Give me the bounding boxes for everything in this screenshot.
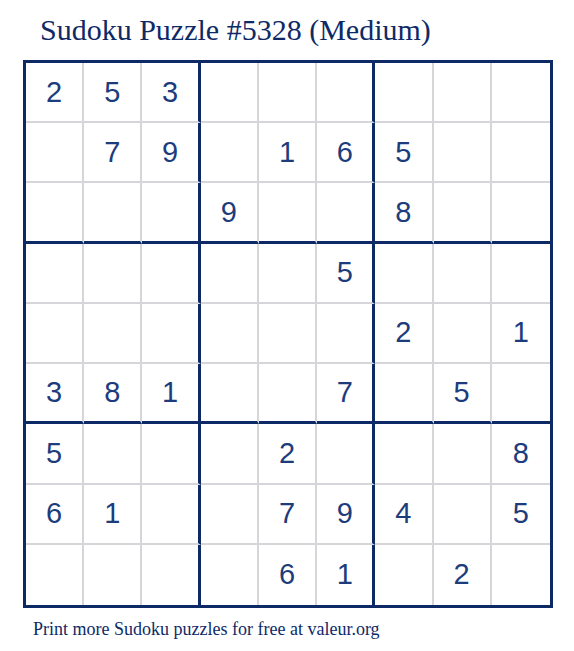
given-digit: 9: [337, 497, 353, 530]
cell-r3c4: 9: [201, 183, 259, 243]
cell-r5c1: [26, 304, 84, 364]
cell-r9c4: [201, 545, 259, 605]
cell-r3c8: [434, 183, 492, 243]
cell-r1c3: 3: [142, 63, 200, 123]
cell-r4c1: [26, 244, 84, 304]
cell-r8c9: 5: [492, 485, 550, 545]
cell-r1c2: 5: [84, 63, 142, 123]
cell-r1c4: [201, 63, 259, 123]
cell-r7c6: [317, 424, 375, 484]
given-digit: 3: [46, 376, 62, 409]
given-digit: 6: [279, 558, 295, 591]
given-digit: 7: [279, 497, 295, 530]
given-digit: 5: [454, 376, 470, 409]
cell-r2c1: [26, 123, 84, 183]
cell-r7c5: 2: [259, 424, 317, 484]
given-digit: 1: [104, 497, 120, 530]
cell-r9c8: 2: [434, 545, 492, 605]
cell-r2c8: [434, 123, 492, 183]
given-digit: 5: [46, 437, 62, 470]
cell-r6c1: 3: [26, 364, 84, 424]
given-digit: 4: [395, 497, 411, 530]
cell-r4c8: [434, 244, 492, 304]
cell-r2c5: 1: [259, 123, 317, 183]
cell-r7c1: 5: [26, 424, 84, 484]
cell-r6c2: 8: [84, 364, 142, 424]
cell-r9c9: [492, 545, 550, 605]
page-title: Sudoku Puzzle #5328 (Medium): [40, 13, 431, 46]
cell-r7c4: [201, 424, 259, 484]
given-digit: 3: [162, 76, 178, 109]
cell-r3c1: [26, 183, 84, 243]
cell-r8c3: [142, 485, 200, 545]
cell-r9c6: 1: [317, 545, 375, 605]
cell-r6c5: [259, 364, 317, 424]
cell-r8c7: 4: [375, 485, 433, 545]
given-digit: 5: [513, 497, 529, 530]
cell-r4c7: [375, 244, 433, 304]
cell-r9c1: [26, 545, 84, 605]
cell-r3c2: [84, 183, 142, 243]
given-digit: 1: [162, 376, 178, 409]
cell-r4c4: [201, 244, 259, 304]
given-digit: 9: [221, 196, 237, 229]
cell-r5c9: 1: [492, 304, 550, 364]
cell-r1c7: [375, 63, 433, 123]
cell-r1c6: [317, 63, 375, 123]
cell-r7c3: [142, 424, 200, 484]
cell-r4c6: 5: [317, 244, 375, 304]
given-digit: 6: [46, 497, 62, 530]
given-digit: 2: [395, 316, 411, 349]
cell-r7c7: [375, 424, 433, 484]
cell-r1c9: [492, 63, 550, 123]
cell-r8c2: 1: [84, 485, 142, 545]
cell-r2c2: 7: [84, 123, 142, 183]
cell-r5c3: [142, 304, 200, 364]
given-digit: 5: [337, 256, 353, 289]
cell-r5c7: 2: [375, 304, 433, 364]
cell-r8c6: 9: [317, 485, 375, 545]
given-digit: 2: [454, 558, 470, 591]
given-digit: 8: [395, 196, 411, 229]
cell-r7c8: [434, 424, 492, 484]
cell-r3c5: [259, 183, 317, 243]
cell-r3c3: [142, 183, 200, 243]
cell-r5c8: [434, 304, 492, 364]
cell-r6c3: 1: [142, 364, 200, 424]
given-digit: 7: [337, 376, 353, 409]
cell-r5c5: [259, 304, 317, 364]
given-digit: 5: [104, 76, 120, 109]
cell-r9c2: [84, 545, 142, 605]
given-digit: 5: [395, 136, 411, 169]
cell-r3c9: [492, 183, 550, 243]
cell-r1c8: [434, 63, 492, 123]
cell-r1c1: 2: [26, 63, 84, 123]
cell-r4c9: [492, 244, 550, 304]
cell-r6c7: [375, 364, 433, 424]
cell-r3c6: [317, 183, 375, 243]
cell-r3c7: 8: [375, 183, 433, 243]
sudoku-board: 253791659852138175528617945612: [23, 60, 553, 608]
cell-r5c6: [317, 304, 375, 364]
cell-r5c4: [201, 304, 259, 364]
cell-r4c3: [142, 244, 200, 304]
cell-r6c8: 5: [434, 364, 492, 424]
cell-r9c3: [142, 545, 200, 605]
given-digit: 2: [279, 437, 295, 470]
given-digit: 8: [104, 376, 120, 409]
cell-r9c5: 6: [259, 545, 317, 605]
cell-r2c6: 6: [317, 123, 375, 183]
cell-r8c4: [201, 485, 259, 545]
cell-r8c8: [434, 485, 492, 545]
cell-r6c9: [492, 364, 550, 424]
cell-r7c2: [84, 424, 142, 484]
given-digit: 1: [279, 136, 295, 169]
cell-r2c7: 5: [375, 123, 433, 183]
cell-r8c5: 7: [259, 485, 317, 545]
cell-r2c4: [201, 123, 259, 183]
given-digit: 1: [337, 558, 353, 591]
cell-r5c2: [84, 304, 142, 364]
cell-r2c9: [492, 123, 550, 183]
cell-r6c4: [201, 364, 259, 424]
cell-r6c6: 7: [317, 364, 375, 424]
cell-r4c5: [259, 244, 317, 304]
cell-r7c9: 8: [492, 424, 550, 484]
cell-r2c3: 9: [142, 123, 200, 183]
cell-r8c1: 6: [26, 485, 84, 545]
given-digit: 9: [162, 136, 178, 169]
given-digit: 8: [513, 437, 529, 470]
cell-r9c7: [375, 545, 433, 605]
given-digit: 1: [513, 316, 529, 349]
given-digit: 6: [337, 136, 353, 169]
given-digit: 7: [104, 136, 120, 169]
given-digit: 2: [46, 76, 62, 109]
footer-text: Print more Sudoku puzzles for free at va…: [33, 619, 380, 641]
sudoku-page: Sudoku Puzzle #5328 (Medium) 25379165985…: [0, 0, 574, 651]
cell-r4c2: [84, 244, 142, 304]
cell-r1c5: [259, 63, 317, 123]
